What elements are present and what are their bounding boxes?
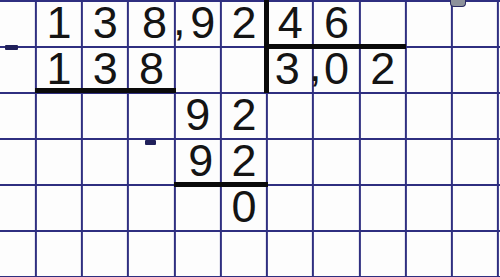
- minus-before-92: [145, 140, 156, 145]
- screen-artifact: [450, 0, 466, 7]
- digit-cell: 9: [181, 1, 225, 45]
- digit-cell: 6: [314, 1, 358, 45]
- digit-cell: 8: [132, 1, 176, 45]
- rule-under-92: [174, 182, 268, 187]
- decimal-comma: ,: [309, 44, 323, 88]
- decimal-comma: ,: [173, 0, 187, 42]
- digit-cell: 2: [222, 93, 266, 137]
- digit-cell: 3: [265, 47, 309, 91]
- digit-cell: 3: [83, 1, 127, 45]
- rule-under-divisor: [265, 44, 406, 49]
- digit-cell: 9: [176, 93, 220, 137]
- digit-cell: 2: [222, 139, 266, 183]
- digit-cell: 3: [83, 47, 127, 91]
- rule-under-138: [35, 88, 176, 93]
- digit-cell: 8: [129, 47, 173, 91]
- digit-cell: 1: [37, 1, 81, 45]
- digit-cell: 2: [222, 1, 266, 45]
- digit-cell: 9: [179, 139, 223, 183]
- digit-cell: 1: [37, 47, 81, 91]
- digit-cell: 2: [361, 47, 405, 91]
- long-division-worksheet: 138924613830292920,,: [0, 0, 500, 277]
- minus-before-138: [5, 45, 18, 50]
- digit-cell: 4: [268, 1, 312, 45]
- digit-cell: 0: [222, 185, 266, 229]
